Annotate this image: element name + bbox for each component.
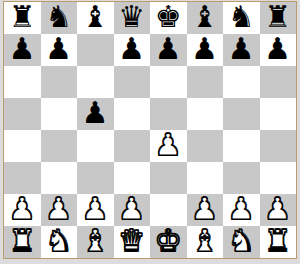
square-g7[interactable]: ♟ [223, 34, 260, 66]
piece-white-king: ♚ [155, 226, 182, 257]
square-e8[interactable]: ♚ [150, 2, 187, 34]
square-g8[interactable]: ♞ [223, 2, 260, 34]
square-d6[interactable] [114, 66, 151, 98]
square-c4[interactable] [77, 130, 114, 162]
piece-black-knight: ♞ [45, 2, 72, 33]
square-e1[interactable]: ♚ [150, 226, 187, 258]
square-c7[interactable] [77, 34, 114, 66]
piece-white-bishop: ♝ [82, 226, 109, 257]
square-h4[interactable] [260, 130, 297, 162]
chess-app-window: ♜♞♝♛♚♝♞♜♟♟♟♟♟♟♟♟♟♟♟♟♟♟♟♟♜♞♝♛♚♝♞♜ [0, 0, 300, 264]
piece-white-queen: ♛ [118, 226, 145, 257]
square-e6[interactable] [150, 66, 187, 98]
piece-white-pawn: ♟ [228, 194, 255, 225]
square-g5[interactable] [223, 98, 260, 130]
square-c3[interactable] [77, 162, 114, 194]
square-a7[interactable]: ♟ [4, 34, 41, 66]
square-d4[interactable] [114, 130, 151, 162]
piece-white-knight: ♞ [228, 226, 255, 257]
square-h3[interactable] [260, 162, 297, 194]
piece-black-knight: ♞ [228, 2, 255, 33]
square-b2[interactable]: ♟ [41, 194, 78, 226]
square-a6[interactable] [4, 66, 41, 98]
square-f3[interactable] [187, 162, 224, 194]
square-a3[interactable] [4, 162, 41, 194]
square-h1[interactable]: ♜ [260, 226, 297, 258]
board-frame: ♜♞♝♛♚♝♞♜♟♟♟♟♟♟♟♟♟♟♟♟♟♟♟♟♜♞♝♛♚♝♞♜ [3, 1, 297, 259]
square-f5[interactable] [187, 98, 224, 130]
square-h6[interactable] [260, 66, 297, 98]
square-h5[interactable] [260, 98, 297, 130]
piece-black-pawn: ♟ [191, 34, 218, 65]
piece-white-pawn: ♟ [9, 194, 36, 225]
piece-black-king: ♚ [155, 2, 182, 33]
square-g2[interactable]: ♟ [223, 194, 260, 226]
square-d1[interactable]: ♛ [114, 226, 151, 258]
square-e5[interactable] [150, 98, 187, 130]
square-a2[interactable]: ♟ [4, 194, 41, 226]
square-f6[interactable] [187, 66, 224, 98]
square-a5[interactable] [4, 98, 41, 130]
square-c8[interactable]: ♝ [77, 2, 114, 34]
square-e7[interactable]: ♟ [150, 34, 187, 66]
piece-white-bishop: ♝ [191, 226, 218, 257]
square-b8[interactable]: ♞ [41, 2, 78, 34]
piece-white-pawn: ♟ [118, 194, 145, 225]
square-c2[interactable]: ♟ [77, 194, 114, 226]
square-h2[interactable]: ♟ [260, 194, 297, 226]
piece-black-pawn: ♟ [9, 34, 36, 65]
square-d3[interactable] [114, 162, 151, 194]
piece-black-pawn: ♟ [45, 34, 72, 65]
square-h7[interactable]: ♟ [260, 34, 297, 66]
square-b1[interactable]: ♞ [41, 226, 78, 258]
piece-black-queen: ♛ [118, 2, 145, 33]
square-d2[interactable]: ♟ [114, 194, 151, 226]
piece-white-pawn: ♟ [45, 194, 72, 225]
square-d5[interactable] [114, 98, 151, 130]
square-d8[interactable]: ♛ [114, 2, 151, 34]
square-g4[interactable] [223, 130, 260, 162]
square-f7[interactable]: ♟ [187, 34, 224, 66]
square-f1[interactable]: ♝ [187, 226, 224, 258]
square-e4[interactable]: ♟ [150, 130, 187, 162]
piece-black-rook: ♜ [264, 2, 291, 33]
piece-black-pawn: ♟ [264, 34, 291, 65]
piece-black-pawn: ♟ [118, 34, 145, 65]
square-b6[interactable] [41, 66, 78, 98]
piece-black-bishop: ♝ [82, 2, 109, 33]
piece-white-knight: ♞ [45, 226, 72, 257]
square-g6[interactable] [223, 66, 260, 98]
square-b3[interactable] [41, 162, 78, 194]
piece-white-pawn: ♟ [191, 194, 218, 225]
square-a1[interactable]: ♜ [4, 226, 41, 258]
square-c1[interactable]: ♝ [77, 226, 114, 258]
square-c5[interactable]: ♟ [77, 98, 114, 130]
piece-white-rook: ♜ [264, 226, 291, 257]
piece-black-bishop: ♝ [191, 2, 218, 33]
square-g3[interactable] [223, 162, 260, 194]
square-f4[interactable] [187, 130, 224, 162]
square-a8[interactable]: ♜ [4, 2, 41, 34]
square-b7[interactable]: ♟ [41, 34, 78, 66]
square-f8[interactable]: ♝ [187, 2, 224, 34]
square-e3[interactable] [150, 162, 187, 194]
piece-black-pawn: ♟ [228, 34, 255, 65]
piece-black-pawn: ♟ [155, 34, 182, 65]
piece-white-rook: ♜ [9, 226, 36, 257]
square-b5[interactable] [41, 98, 78, 130]
square-g1[interactable]: ♞ [223, 226, 260, 258]
square-f2[interactable]: ♟ [187, 194, 224, 226]
piece-white-pawn: ♟ [264, 194, 291, 225]
square-c6[interactable] [77, 66, 114, 98]
chess-board: ♜♞♝♛♚♝♞♜♟♟♟♟♟♟♟♟♟♟♟♟♟♟♟♟♜♞♝♛♚♝♞♜ [4, 2, 296, 258]
piece-black-rook: ♜ [9, 2, 36, 33]
piece-white-pawn: ♟ [155, 130, 182, 161]
square-d7[interactable]: ♟ [114, 34, 151, 66]
piece-black-pawn: ♟ [82, 98, 109, 129]
piece-white-pawn: ♟ [82, 194, 109, 225]
square-h8[interactable]: ♜ [260, 2, 297, 34]
square-b4[interactable] [41, 130, 78, 162]
square-a4[interactable] [4, 130, 41, 162]
square-e2[interactable] [150, 194, 187, 226]
